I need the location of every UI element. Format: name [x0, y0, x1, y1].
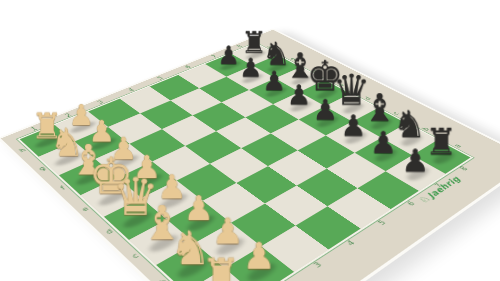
chess-board-mat: ♜♟♟♜♞♟♟♞♝♟♟♝♚♟♟♚♛♟♟♛♝♟♟♝♞♟♟♞♜♟♟♜ ♘Jaehri…: [0, 28, 500, 281]
coord-rank-bottom-6: 6: [405, 200, 416, 207]
coord-file-left-d: d: [104, 228, 115, 236]
coord-file-left-f: f: [59, 185, 67, 191]
coord-file-left-e: e: [80, 206, 90, 213]
piece-glyph: ♜: [188, 253, 254, 281]
piece-glyph: ♟: [388, 145, 442, 176]
coord-rank-bottom-3: 3: [312, 261, 324, 270]
knight-icon: ♘: [416, 194, 435, 206]
square-c6[interactable]: [298, 136, 355, 169]
coord-rank-bottom-8: 8: [459, 166, 470, 172]
coord-file-left-c: c: [130, 252, 141, 260]
coord-file-left-h: h: [18, 148, 27, 154]
square-a1[interactable]: ♜: [186, 268, 258, 281]
coord-file-left-g: g: [38, 166, 47, 172]
chess-board-grid: ♜♟♟♜♞♟♟♞♝♟♟♝♚♟♟♚♛♟♟♛♝♟♟♝♞♟♟♞♜♟♟♜: [20, 43, 471, 281]
product-photo-scene: ♜♟♟♜♞♟♟♞♝♟♟♝♚♟♟♚♛♟♟♛♝♟♟♝♞♟♟♞♜♟♟♜ ♘Jaehri…: [0, 0, 500, 281]
coord-rank-bottom-4: 4: [345, 239, 357, 247]
coord-rank-bottom-5: 5: [376, 219, 388, 227]
